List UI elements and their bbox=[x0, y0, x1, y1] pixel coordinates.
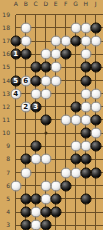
coord-label-row-10: 10 bbox=[0, 130, 10, 136]
move-number-2: 2 bbox=[23, 103, 28, 110]
coord-label-row-9: 9 bbox=[0, 143, 10, 149]
white-stone-B7[interactable] bbox=[20, 167, 31, 178]
star-point-D10 bbox=[44, 132, 47, 135]
white-stone-E15[interactable] bbox=[50, 62, 61, 73]
coord-label-col-F: F bbox=[64, 1, 67, 7]
black-stone-J15[interactable] bbox=[90, 62, 101, 73]
white-stone-D8[interactable] bbox=[40, 154, 51, 165]
move-number-6: 6 bbox=[23, 77, 28, 84]
white-stone-H16[interactable] bbox=[80, 49, 91, 60]
move-number-1: 1 bbox=[13, 51, 18, 58]
coord-label-row-14: 14 bbox=[0, 78, 10, 84]
coord-label-col-C: C bbox=[34, 1, 38, 7]
go-board[interactable]: ABCDEFGHJ1918171615141312111098765431564… bbox=[0, 0, 103, 230]
black-stone-J11[interactable] bbox=[90, 114, 101, 125]
white-stone-D13[interactable] bbox=[40, 88, 51, 99]
black-stone-D3[interactable] bbox=[40, 220, 51, 230]
white-stone-J17[interactable] bbox=[90, 36, 101, 47]
coord-label-row-8: 8 bbox=[0, 156, 10, 162]
black-stone-C12[interactable]: 3 bbox=[30, 101, 41, 112]
black-stone-E4[interactable] bbox=[50, 207, 61, 218]
white-stone-B18[interactable] bbox=[20, 22, 31, 33]
coord-label-row-18: 18 bbox=[0, 25, 10, 31]
coord-label-row-17: 17 bbox=[0, 38, 10, 44]
black-stone-H5[interactable] bbox=[80, 193, 91, 204]
coord-label-col-J: J bbox=[95, 1, 97, 7]
coord-label-row-16: 16 bbox=[0, 51, 10, 57]
coord-label-row-13: 13 bbox=[0, 91, 10, 97]
black-stone-J18[interactable] bbox=[90, 22, 101, 33]
coord-label-row-6: 6 bbox=[0, 183, 10, 189]
coord-label-col-B: B bbox=[24, 1, 28, 7]
black-stone-H8[interactable] bbox=[80, 154, 91, 165]
coord-label-row-11: 11 bbox=[0, 117, 10, 123]
black-stone-F6[interactable] bbox=[60, 180, 71, 191]
white-stone-A6[interactable] bbox=[10, 180, 21, 191]
coord-label-row-4: 4 bbox=[0, 209, 10, 215]
coord-label-row-7: 7 bbox=[0, 170, 10, 176]
white-stone-B17[interactable] bbox=[20, 36, 31, 47]
coord-label-col-G: G bbox=[73, 1, 78, 7]
white-stone-J13[interactable] bbox=[90, 88, 101, 99]
coord-label-col-D: D bbox=[43, 1, 48, 7]
white-stone-J12[interactable] bbox=[90, 101, 101, 112]
move-number-4: 4 bbox=[13, 90, 18, 97]
coord-label-row-19: 19 bbox=[0, 12, 10, 18]
coord-label-col-E: E bbox=[54, 1, 58, 7]
coord-label-row-15: 15 bbox=[0, 64, 10, 70]
white-stone-A13[interactable]: 4 bbox=[10, 88, 21, 99]
move-number-3: 3 bbox=[33, 103, 38, 110]
white-stone-J10[interactable] bbox=[90, 128, 101, 139]
black-stone-E5[interactable] bbox=[50, 193, 61, 204]
coord-label-row-5: 5 bbox=[0, 196, 10, 202]
coord-label-col-A: A bbox=[14, 1, 18, 7]
black-stone-J7[interactable] bbox=[90, 167, 101, 178]
grid-hline-19 bbox=[16, 14, 103, 15]
coord-label-row-12: 12 bbox=[0, 104, 10, 110]
go-app-viewport: ABCDEFGHJ1918171615141312111098765431564… bbox=[0, 0, 103, 230]
coord-label-row-3: 3 bbox=[0, 222, 10, 228]
black-stone-B16[interactable] bbox=[20, 49, 31, 60]
coord-label-col-H: H bbox=[83, 1, 88, 7]
black-stone-J9[interactable] bbox=[90, 141, 101, 152]
black-stone-F16[interactable] bbox=[60, 49, 71, 60]
black-stone-C9[interactable] bbox=[30, 141, 41, 152]
white-stone-E14[interactable] bbox=[50, 75, 61, 86]
black-stone-D11[interactable] bbox=[40, 114, 51, 125]
move-number-5: 5 bbox=[13, 77, 18, 84]
black-stone-H14[interactable] bbox=[80, 75, 91, 86]
